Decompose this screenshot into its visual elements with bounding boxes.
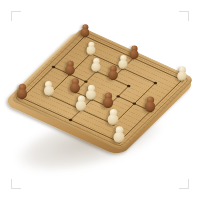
crop-mark-bottom-right [179, 179, 189, 189]
crop-mark-top-left [11, 11, 21, 21]
crop-mark-bottom-left [11, 179, 21, 189]
product-photo-scene [0, 0, 200, 200]
crop-mark-top-right [179, 11, 189, 21]
